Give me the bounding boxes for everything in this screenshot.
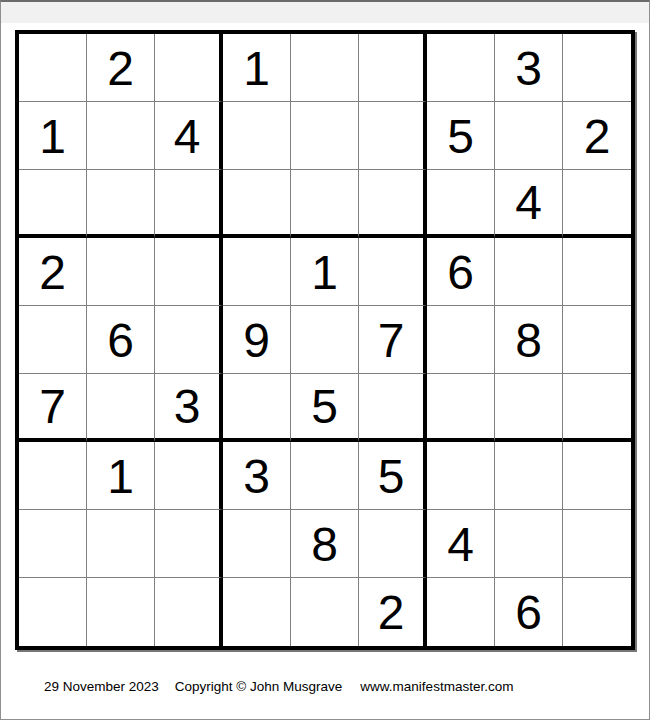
cell-r9c6: 2 [359,578,427,646]
cell-r3c7 [427,170,495,238]
cell-r9c1 [19,578,87,646]
cell-r4c4 [223,238,291,306]
cell-r5c2: 6 [87,306,155,374]
cell-r5c1 [19,306,87,374]
cell-r9c3 [155,578,223,646]
cell-r8c9 [563,510,631,578]
cell-r9c4 [223,578,291,646]
cell-r7c6: 5 [359,442,427,510]
cell-r2c3: 4 [155,102,223,170]
cell-r5c7 [427,306,495,374]
cell-r2c6 [359,102,427,170]
cell-r5c6: 7 [359,306,427,374]
cell-r8c1 [19,510,87,578]
cell-r8c5: 8 [291,510,359,578]
cell-r3c4 [223,170,291,238]
cell-r2c7: 5 [427,102,495,170]
cell-r1c7 [427,34,495,102]
cell-r9c2 [87,578,155,646]
cell-r1c6 [359,34,427,102]
footer: 29 November 2023Copyright © John Musgrav… [44,679,513,694]
cell-r6c9 [563,374,631,442]
cell-r4c7: 6 [427,238,495,306]
cell-r8c8 [495,510,563,578]
cell-r5c4: 9 [223,306,291,374]
footer-copyright: Copyright © John Musgrave [175,679,343,694]
cell-r3c3 [155,170,223,238]
cell-r5c9 [563,306,631,374]
cell-r9c9 [563,578,631,646]
cell-r7c1 [19,442,87,510]
cell-r2c4 [223,102,291,170]
cell-r2c8 [495,102,563,170]
cell-r7c3 [155,442,223,510]
cell-r8c3 [155,510,223,578]
cell-r6c4 [223,374,291,442]
cell-r3c5 [291,170,359,238]
footer-website: www.manifestmaster.com [360,679,513,694]
cell-r2c9: 2 [563,102,631,170]
cell-r4c9 [563,238,631,306]
cell-r3c2 [87,170,155,238]
cell-r7c7 [427,442,495,510]
cell-r4c2 [87,238,155,306]
cell-r6c5: 5 [291,374,359,442]
cell-r3c1 [19,170,87,238]
cell-r8c2 [87,510,155,578]
cell-r5c3 [155,306,223,374]
cell-r4c1: 2 [19,238,87,306]
cell-r7c2: 1 [87,442,155,510]
cell-r8c7: 4 [427,510,495,578]
cell-r6c3: 3 [155,374,223,442]
footer-date: 29 November 2023 [44,679,159,694]
cell-r1c1 [19,34,87,102]
cell-r8c6 [359,510,427,578]
cell-r3c6 [359,170,427,238]
cell-r7c4: 3 [223,442,291,510]
puzzle-page: 2131452421669787351358426 29 November 20… [0,0,650,720]
cell-r7c5 [291,442,359,510]
cell-r4c5: 1 [291,238,359,306]
cell-r1c2: 2 [87,34,155,102]
cell-r3c8: 4 [495,170,563,238]
cell-r2c5 [291,102,359,170]
cell-r6c7 [427,374,495,442]
cell-r2c1: 1 [19,102,87,170]
cell-r6c1: 7 [19,374,87,442]
cell-r2c2 [87,102,155,170]
cell-r9c8: 6 [495,578,563,646]
cell-r1c5 [291,34,359,102]
cell-r6c8 [495,374,563,442]
page-top-strip [1,2,649,23]
cell-r1c4: 1 [223,34,291,102]
cell-r6c2 [87,374,155,442]
cell-r1c9 [563,34,631,102]
cell-r7c9 [563,442,631,510]
cell-r8c4 [223,510,291,578]
cell-r4c6 [359,238,427,306]
sudoku-board: 2131452421669787351358426 [15,30,635,650]
cell-r1c8: 3 [495,34,563,102]
cell-r6c6 [359,374,427,442]
cell-r4c8 [495,238,563,306]
cell-r9c7 [427,578,495,646]
cell-r4c3 [155,238,223,306]
cell-r1c3 [155,34,223,102]
cell-r9c5 [291,578,359,646]
cell-r7c8 [495,442,563,510]
cell-r3c9 [563,170,631,238]
cell-r5c5 [291,306,359,374]
cell-r5c8: 8 [495,306,563,374]
